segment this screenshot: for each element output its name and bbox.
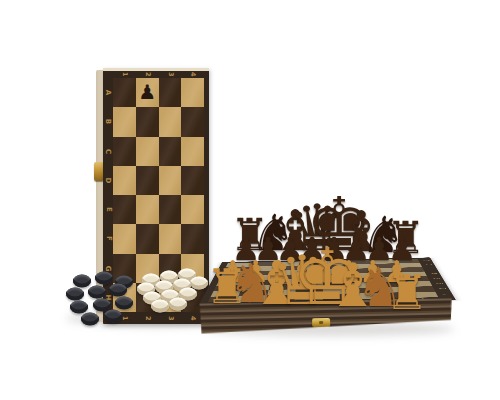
top-coordinate-labels: 1234: [113, 70, 204, 78]
top-label-2: 2: [144, 72, 151, 77]
black-checker: [95, 272, 113, 285]
bottom-label-1: 1: [121, 316, 128, 321]
row-label-G: G: [105, 265, 112, 271]
folded-square-B1: [113, 107, 136, 136]
folded-square-C2: [136, 137, 159, 166]
bottom-label-3: 3: [167, 316, 174, 321]
white-checker: [169, 298, 187, 311]
row-label-F: F: [104, 236, 111, 241]
folded-square-E3: [159, 195, 182, 224]
row-label-E: E: [104, 207, 111, 212]
black-checker: [115, 297, 133, 310]
row-label-C: C: [104, 149, 111, 154]
rank-label-8: 8: [440, 294, 448, 295]
black-checker: [109, 284, 127, 297]
folded-square-B3: [159, 107, 182, 136]
chess-set-product-photo: 1234 ABCDEFGH ♟ 1234 12345678 abcdefgh ♜…: [0, 0, 500, 400]
pawn-icon: ♟: [138, 82, 156, 102]
row-label-D: D: [105, 177, 112, 183]
bottom-coordinate-labels: 1234: [113, 314, 204, 322]
folded-square-C3: [159, 137, 182, 166]
folded-square-F2: [136, 224, 159, 253]
folded-square-F1: [113, 224, 136, 253]
folded-square-D2: [136, 166, 159, 195]
bottom-label-2: 2: [144, 316, 151, 321]
folded-square-F3: [159, 224, 182, 253]
folded-square-A1: [113, 78, 136, 107]
rank-label-5: 5: [432, 278, 440, 279]
folded-square-A3: [159, 78, 182, 107]
folded-square-C1: [113, 137, 136, 166]
black-checker: [81, 313, 99, 326]
black-checker: [73, 275, 91, 288]
black-checker: [104, 310, 122, 323]
rank-label-6: 6: [434, 283, 442, 284]
row-label-A: A: [104, 90, 111, 95]
folded-square-E2: [136, 195, 159, 224]
folded-square-B2: [136, 107, 159, 136]
folded-square-D1: [113, 166, 136, 195]
bottom-label-4: 4: [189, 316, 196, 321]
top-label-3: 3: [167, 72, 174, 77]
black-checker: [88, 286, 106, 299]
folded-square-A2: ♟: [136, 78, 159, 107]
rank-label-4: 4: [429, 273, 436, 274]
white-checker: [151, 300, 169, 313]
folded-square-D3: [159, 166, 182, 195]
rank-label-7: 7: [437, 288, 445, 289]
light-rook-piece: ♜: [385, 268, 428, 316]
top-label-1: 1: [121, 72, 128, 77]
folded-square-E1: [113, 195, 136, 224]
black-checker: [66, 288, 84, 301]
row-label-B: B: [105, 119, 112, 124]
black-checker: [70, 301, 88, 314]
